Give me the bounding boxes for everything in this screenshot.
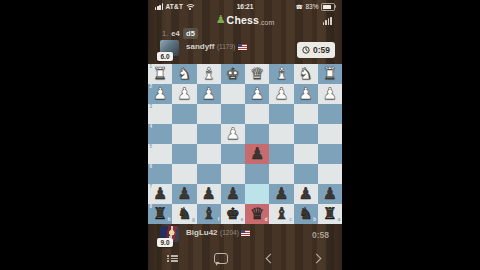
square-h6[interactable]: 6: [148, 164, 172, 184]
cell-signal-icon: [155, 3, 163, 10]
coordinate-rank-label: 6: [150, 165, 153, 170]
square-a1[interactable]: ♜: [318, 64, 342, 84]
black-pawn: ♟: [221, 184, 245, 204]
coordinate-file-label: e: [241, 218, 244, 223]
square-b4[interactable]: [294, 124, 318, 144]
clock-icon: [302, 46, 310, 54]
chat-icon[interactable]: [197, 247, 246, 270]
square-h3[interactable]: 3: [148, 104, 172, 124]
chesscom-pawn-logo-icon: ♟: [216, 14, 226, 25]
square-c4[interactable]: [269, 124, 293, 144]
player-rating-top: (1179): [217, 43, 235, 50]
square-h1[interactable]: 1♜: [148, 64, 172, 84]
clock-top-time: 0:59: [313, 45, 330, 55]
moves-list-icon[interactable]: [148, 247, 197, 270]
square-a7[interactable]: ♟: [318, 184, 342, 204]
coordinate-file-label: d: [265, 218, 268, 223]
square-h4[interactable]: 4: [148, 124, 172, 144]
coordinate-rank-label: 7: [150, 185, 153, 190]
square-e8[interactable]: e♚: [221, 204, 245, 224]
score-badge-top: 6.0: [157, 52, 173, 61]
battery-percent: 83%: [305, 3, 318, 10]
square-e2[interactable]: [221, 84, 245, 104]
square-d6[interactable]: [245, 164, 269, 184]
coordinate-file-label: b: [313, 218, 316, 223]
square-c2[interactable]: ♟: [269, 84, 293, 104]
square-d7[interactable]: [245, 184, 269, 204]
coordinate-rank-label: 3: [150, 105, 153, 110]
square-g2[interactable]: ♟: [172, 84, 196, 104]
square-b6[interactable]: [294, 164, 318, 184]
square-a5[interactable]: [318, 144, 342, 164]
black-pawn: ♟: [172, 184, 196, 204]
square-a6[interactable]: [318, 164, 342, 184]
white-king: ♚: [221, 64, 245, 84]
player-name-top[interactable]: sandyff: [186, 42, 214, 51]
chesscom-logo-suffix: .com: [259, 19, 274, 28]
white-pawn: ♟: [245, 84, 269, 104]
white-queen: ♛: [245, 64, 269, 84]
carrier-label: AT&T: [165, 3, 183, 10]
square-h8[interactable]: 8h♜: [148, 204, 172, 224]
square-d3[interactable]: [245, 104, 269, 124]
coordinate-file-label: c: [289, 218, 292, 223]
white-knight: ♞: [172, 64, 196, 84]
black-pawn: ♟: [294, 184, 318, 204]
square-e1[interactable]: ♚: [221, 64, 245, 84]
coordinate-rank-label: 8: [150, 205, 153, 210]
square-d4[interactable]: [245, 124, 269, 144]
call-icon: ☎: [296, 4, 303, 10]
status-time: 16:21: [237, 3, 254, 10]
player-name-bottom[interactable]: BigLu42: [186, 228, 218, 237]
coordinate-file-label: f: [218, 218, 220, 223]
square-g5[interactable]: [172, 144, 196, 164]
square-a8[interactable]: a♜: [318, 204, 342, 224]
white-rook: ♜: [318, 64, 342, 84]
square-d8[interactable]: d♛: [245, 204, 269, 224]
square-b7[interactable]: ♟: [294, 184, 318, 204]
coordinate-rank-label: 4: [150, 125, 153, 130]
square-b2[interactable]: ♟: [294, 84, 318, 104]
player-rating-bottom: (1204): [220, 229, 239, 236]
square-b3[interactable]: [294, 104, 318, 124]
square-f6[interactable]: [197, 164, 221, 184]
black-pawn: ♟: [245, 144, 269, 164]
square-g6[interactable]: [172, 164, 196, 184]
white-pawn: ♟: [197, 84, 221, 104]
square-a4[interactable]: [318, 124, 342, 144]
coordinate-rank-label: 1: [150, 65, 153, 70]
coordinate-file-label: h: [168, 218, 171, 223]
square-g4[interactable]: [172, 124, 196, 144]
black-pawn: ♟: [318, 184, 342, 204]
square-f4[interactable]: [197, 124, 221, 144]
square-h7[interactable]: 7♟: [148, 184, 172, 204]
white-bishop: ♝: [197, 64, 221, 84]
square-g1[interactable]: ♞: [172, 64, 196, 84]
white-pawn: ♟: [221, 124, 245, 144]
black-pawn: ♟: [197, 184, 221, 204]
square-e7[interactable]: ♟: [221, 184, 245, 204]
square-d1[interactable]: ♛: [245, 64, 269, 84]
coordinate-rank-label: 2: [150, 85, 153, 90]
square-h5[interactable]: 5: [148, 144, 172, 164]
square-g3[interactable]: [172, 104, 196, 124]
white-knight: ♞: [294, 64, 318, 84]
square-h2[interactable]: 2♟: [148, 84, 172, 104]
square-a2[interactable]: ♟: [318, 84, 342, 104]
clock-bottom-time: 0:58: [312, 230, 335, 240]
bottom-nav-bar: [148, 247, 342, 270]
square-c5[interactable]: [269, 144, 293, 164]
us-flag-icon: [241, 230, 250, 236]
square-a3[interactable]: [318, 104, 342, 124]
square-c3[interactable]: [269, 104, 293, 124]
square-c8[interactable]: c♝: [269, 204, 293, 224]
app-header: ♟ Chess .com: [148, 12, 342, 27]
square-f8[interactable]: f♝: [197, 204, 221, 224]
square-b5[interactable]: [294, 144, 318, 164]
square-f1[interactable]: ♝: [197, 64, 221, 84]
phone-screen: AT&T 16:21 ☎ 83% ♟ Chess .com 1. e4 d5: [148, 0, 342, 270]
square-c6[interactable]: [269, 164, 293, 184]
square-f3[interactable]: [197, 104, 221, 124]
square-d2[interactable]: ♟: [245, 84, 269, 104]
coordinate-file-label: a: [338, 218, 341, 223]
coordinate-file-label: g: [192, 218, 195, 223]
move-number: 1.: [162, 29, 168, 38]
chevron-right-icon[interactable]: [294, 247, 343, 270]
square-e5[interactable]: [221, 144, 245, 164]
white-pawn: ♟: [294, 84, 318, 104]
square-c1[interactable]: ♝: [269, 64, 293, 84]
square-e3[interactable]: [221, 104, 245, 124]
square-f2[interactable]: ♟: [197, 84, 221, 104]
chess-board: 1♜♞♝♚♛♝♞♜2♟♟♟♟♟♟♟34♟5♟67♟♟♟♟♟♟♟8h♜g♞f♝e♚…: [148, 64, 342, 224]
square-g8[interactable]: g♞: [172, 204, 196, 224]
white-pawn: ♟: [172, 84, 196, 104]
score-badge-bottom: 9.0: [157, 238, 173, 247]
move-list: 1. e4 d5: [162, 28, 198, 39]
us-flag-icon: [238, 44, 247, 50]
chesscom-logo-text: Chess: [227, 14, 260, 26]
square-d5[interactable]: ♟: [245, 144, 269, 164]
player-card-top[interactable]: 6.0 sandyff (1179) 0:59: [160, 40, 335, 64]
white-bishop: ♝: [269, 64, 293, 84]
move-black-d5-current[interactable]: d5: [183, 28, 199, 39]
square-e6[interactable]: [221, 164, 245, 184]
chevron-left-icon[interactable]: [245, 247, 294, 270]
square-f7[interactable]: ♟: [197, 184, 221, 204]
clock-top-active: 0:59: [297, 42, 335, 58]
player-card-bottom[interactable]: 9.0 BigLu42 (1204) 0:58: [160, 226, 335, 247]
connection-strength-icon: [323, 17, 332, 25]
coordinate-rank-label: 5: [150, 145, 153, 150]
square-b1[interactable]: ♞: [294, 64, 318, 84]
square-f5[interactable]: [197, 144, 221, 164]
letterboxed-video-frame: AT&T 16:21 ☎ 83% ♟ Chess .com 1. e4 d5: [0, 0, 480, 270]
square-e4[interactable]: ♟: [221, 124, 245, 144]
white-pawn: ♟: [318, 84, 342, 104]
square-b8[interactable]: b♞: [294, 204, 318, 224]
square-g7[interactable]: ♟: [172, 184, 196, 204]
move-white-e4[interactable]: e4: [171, 29, 179, 38]
battery-icon: [321, 3, 335, 11]
square-c7[interactable]: ♟: [269, 184, 293, 204]
black-pawn: ♟: [269, 184, 293, 204]
wifi-icon: [186, 3, 195, 10]
white-pawn: ♟: [269, 84, 293, 104]
